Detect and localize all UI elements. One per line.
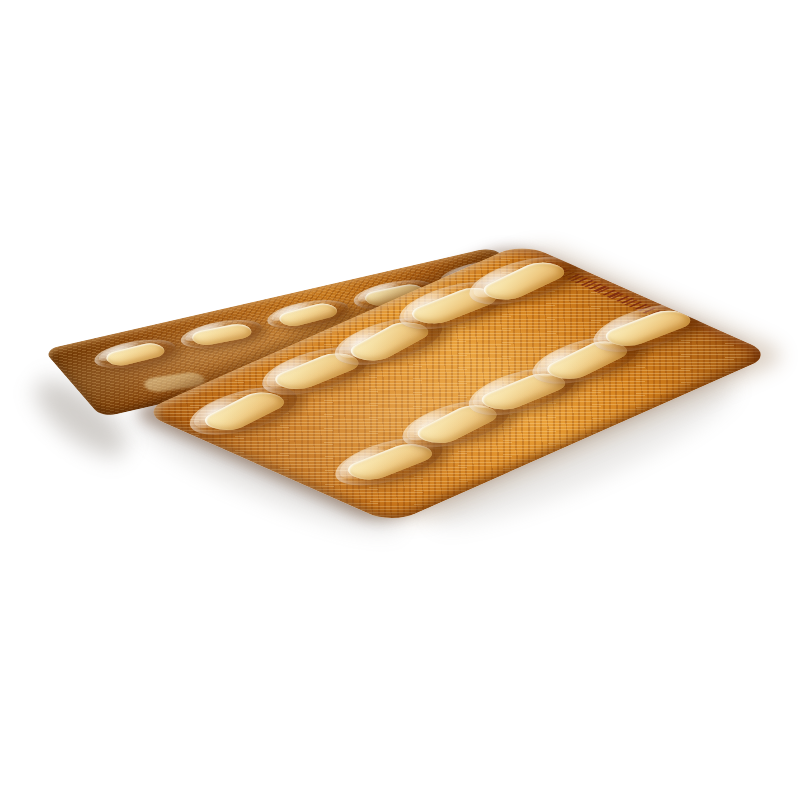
blister-bubble xyxy=(173,314,271,354)
tablet xyxy=(597,307,699,350)
tablet xyxy=(196,389,293,434)
tablet xyxy=(475,259,573,304)
tablet xyxy=(275,301,342,329)
tablet xyxy=(188,322,255,347)
tablet xyxy=(102,341,169,368)
photo-scene xyxy=(0,0,800,800)
blister-bubble xyxy=(86,334,184,374)
